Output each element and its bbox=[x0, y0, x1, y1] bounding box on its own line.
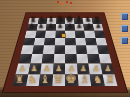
chess-board-grid: ♜♞♝♛♚♝♞♜♟♟♟♟♟♟♟♟♟♟♟♟♟♟♟♟♜♞♝♛♚♝♞♜ bbox=[3, 12, 127, 92]
board-cursor-marker bbox=[62, 34, 65, 37]
piece-black-pawn[interactable]: ♟ bbox=[57, 23, 63, 29]
piece-white-pawn[interactable]: ♟ bbox=[31, 65, 38, 73]
panel-icon-top[interactable] bbox=[121, 13, 128, 20]
piece-white-pawn[interactable]: ♟ bbox=[92, 65, 99, 73]
square-e5[interactable] bbox=[65, 38, 76, 46]
piece-white-knight[interactable]: ♞ bbox=[28, 74, 38, 85]
square-f3[interactable] bbox=[76, 54, 88, 64]
square-d3[interactable] bbox=[53, 54, 65, 64]
piece-black-pawn[interactable]: ♟ bbox=[96, 23, 102, 29]
panel-icon-middle[interactable] bbox=[121, 25, 128, 32]
square-g1[interactable]: ♞ bbox=[90, 74, 105, 86]
piece-black-pawn[interactable]: ♟ bbox=[76, 23, 82, 29]
piece-white-queen[interactable]: ♛ bbox=[53, 72, 64, 85]
square-h5[interactable] bbox=[95, 38, 107, 46]
square-e6[interactable] bbox=[65, 31, 75, 38]
piece-black-pawn[interactable]: ♟ bbox=[67, 23, 73, 29]
chess-game-window: ♜♞♝♛♚♝♞♜♟♟♟♟♟♟♟♟♟♟♟♟♟♟♟♟♜♞♝♛♚♝♞♜ bbox=[0, 0, 130, 97]
square-c3[interactable] bbox=[42, 54, 54, 64]
square-f1[interactable]: ♝ bbox=[77, 74, 91, 86]
piece-white-pawn[interactable]: ♟ bbox=[104, 65, 111, 73]
square-e3[interactable] bbox=[65, 54, 77, 64]
piece-white-rook[interactable]: ♜ bbox=[106, 74, 116, 85]
piece-black-pawn[interactable]: ♟ bbox=[38, 23, 44, 29]
square-e1[interactable]: ♚ bbox=[65, 74, 78, 86]
square-g3[interactable] bbox=[87, 54, 100, 64]
piece-white-king[interactable]: ♚ bbox=[65, 71, 77, 85]
piece-white-knight[interactable]: ♞ bbox=[93, 74, 103, 85]
square-c1[interactable]: ♝ bbox=[39, 74, 53, 86]
square-e4[interactable] bbox=[65, 45, 76, 54]
piece-white-rook[interactable]: ♜ bbox=[15, 74, 25, 85]
square-d1[interactable]: ♛ bbox=[52, 74, 65, 86]
panel-icon-bottom[interactable] bbox=[121, 37, 128, 44]
chess-board: ♜♞♝♛♚♝♞♜♟♟♟♟♟♟♟♟♟♟♟♟♟♟♟♟♜♞♝♛♚♝♞♜ bbox=[3, 0, 127, 92]
piece-black-pawn[interactable]: ♟ bbox=[86, 23, 92, 29]
square-c5[interactable] bbox=[44, 38, 55, 46]
piece-black-pawn[interactable]: ♟ bbox=[29, 23, 35, 29]
square-c4[interactable] bbox=[43, 45, 55, 54]
square-h1[interactable]: ♜ bbox=[102, 74, 117, 86]
square-d5[interactable] bbox=[54, 38, 65, 46]
piece-white-pawn[interactable]: ♟ bbox=[18, 65, 25, 73]
piece-black-pawn[interactable]: ♟ bbox=[48, 23, 54, 29]
square-c6[interactable] bbox=[45, 31, 55, 38]
square-h6[interactable] bbox=[94, 31, 105, 38]
square-h4[interactable] bbox=[97, 45, 110, 54]
piece-white-bishop[interactable]: ♝ bbox=[40, 73, 50, 85]
square-d4[interactable] bbox=[54, 45, 65, 54]
piece-white-bishop[interactable]: ♝ bbox=[79, 73, 89, 85]
square-h3[interactable] bbox=[98, 54, 112, 64]
